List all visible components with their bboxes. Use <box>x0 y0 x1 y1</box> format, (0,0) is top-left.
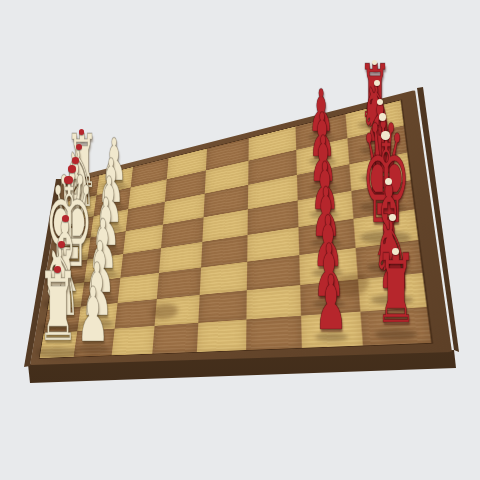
piece-white-pawn: ♟ <box>77 278 109 353</box>
finial-white <box>389 214 396 221</box>
chess-set-photo: ♜♞♝♛♚♝♞♜♟♟♟♟♟♟♟♟♟♟♟♟♟♟♟♟♜♞♝♛♚♝♞♜ <box>0 0 480 480</box>
pieces-layer: ♜♞♝♛♚♝♞♜♟♟♟♟♟♟♟♟♟♟♟♟♟♟♟♟♜♞♝♛♚♝♞♜ <box>0 0 480 480</box>
piece-red-pawn: ♟ <box>315 265 347 340</box>
piece-red-rook: ♜ <box>375 242 416 337</box>
finial-red <box>62 215 69 222</box>
finial-white <box>381 131 389 139</box>
piece-white-rook: ♜ <box>37 261 78 356</box>
finial-red <box>64 176 72 184</box>
